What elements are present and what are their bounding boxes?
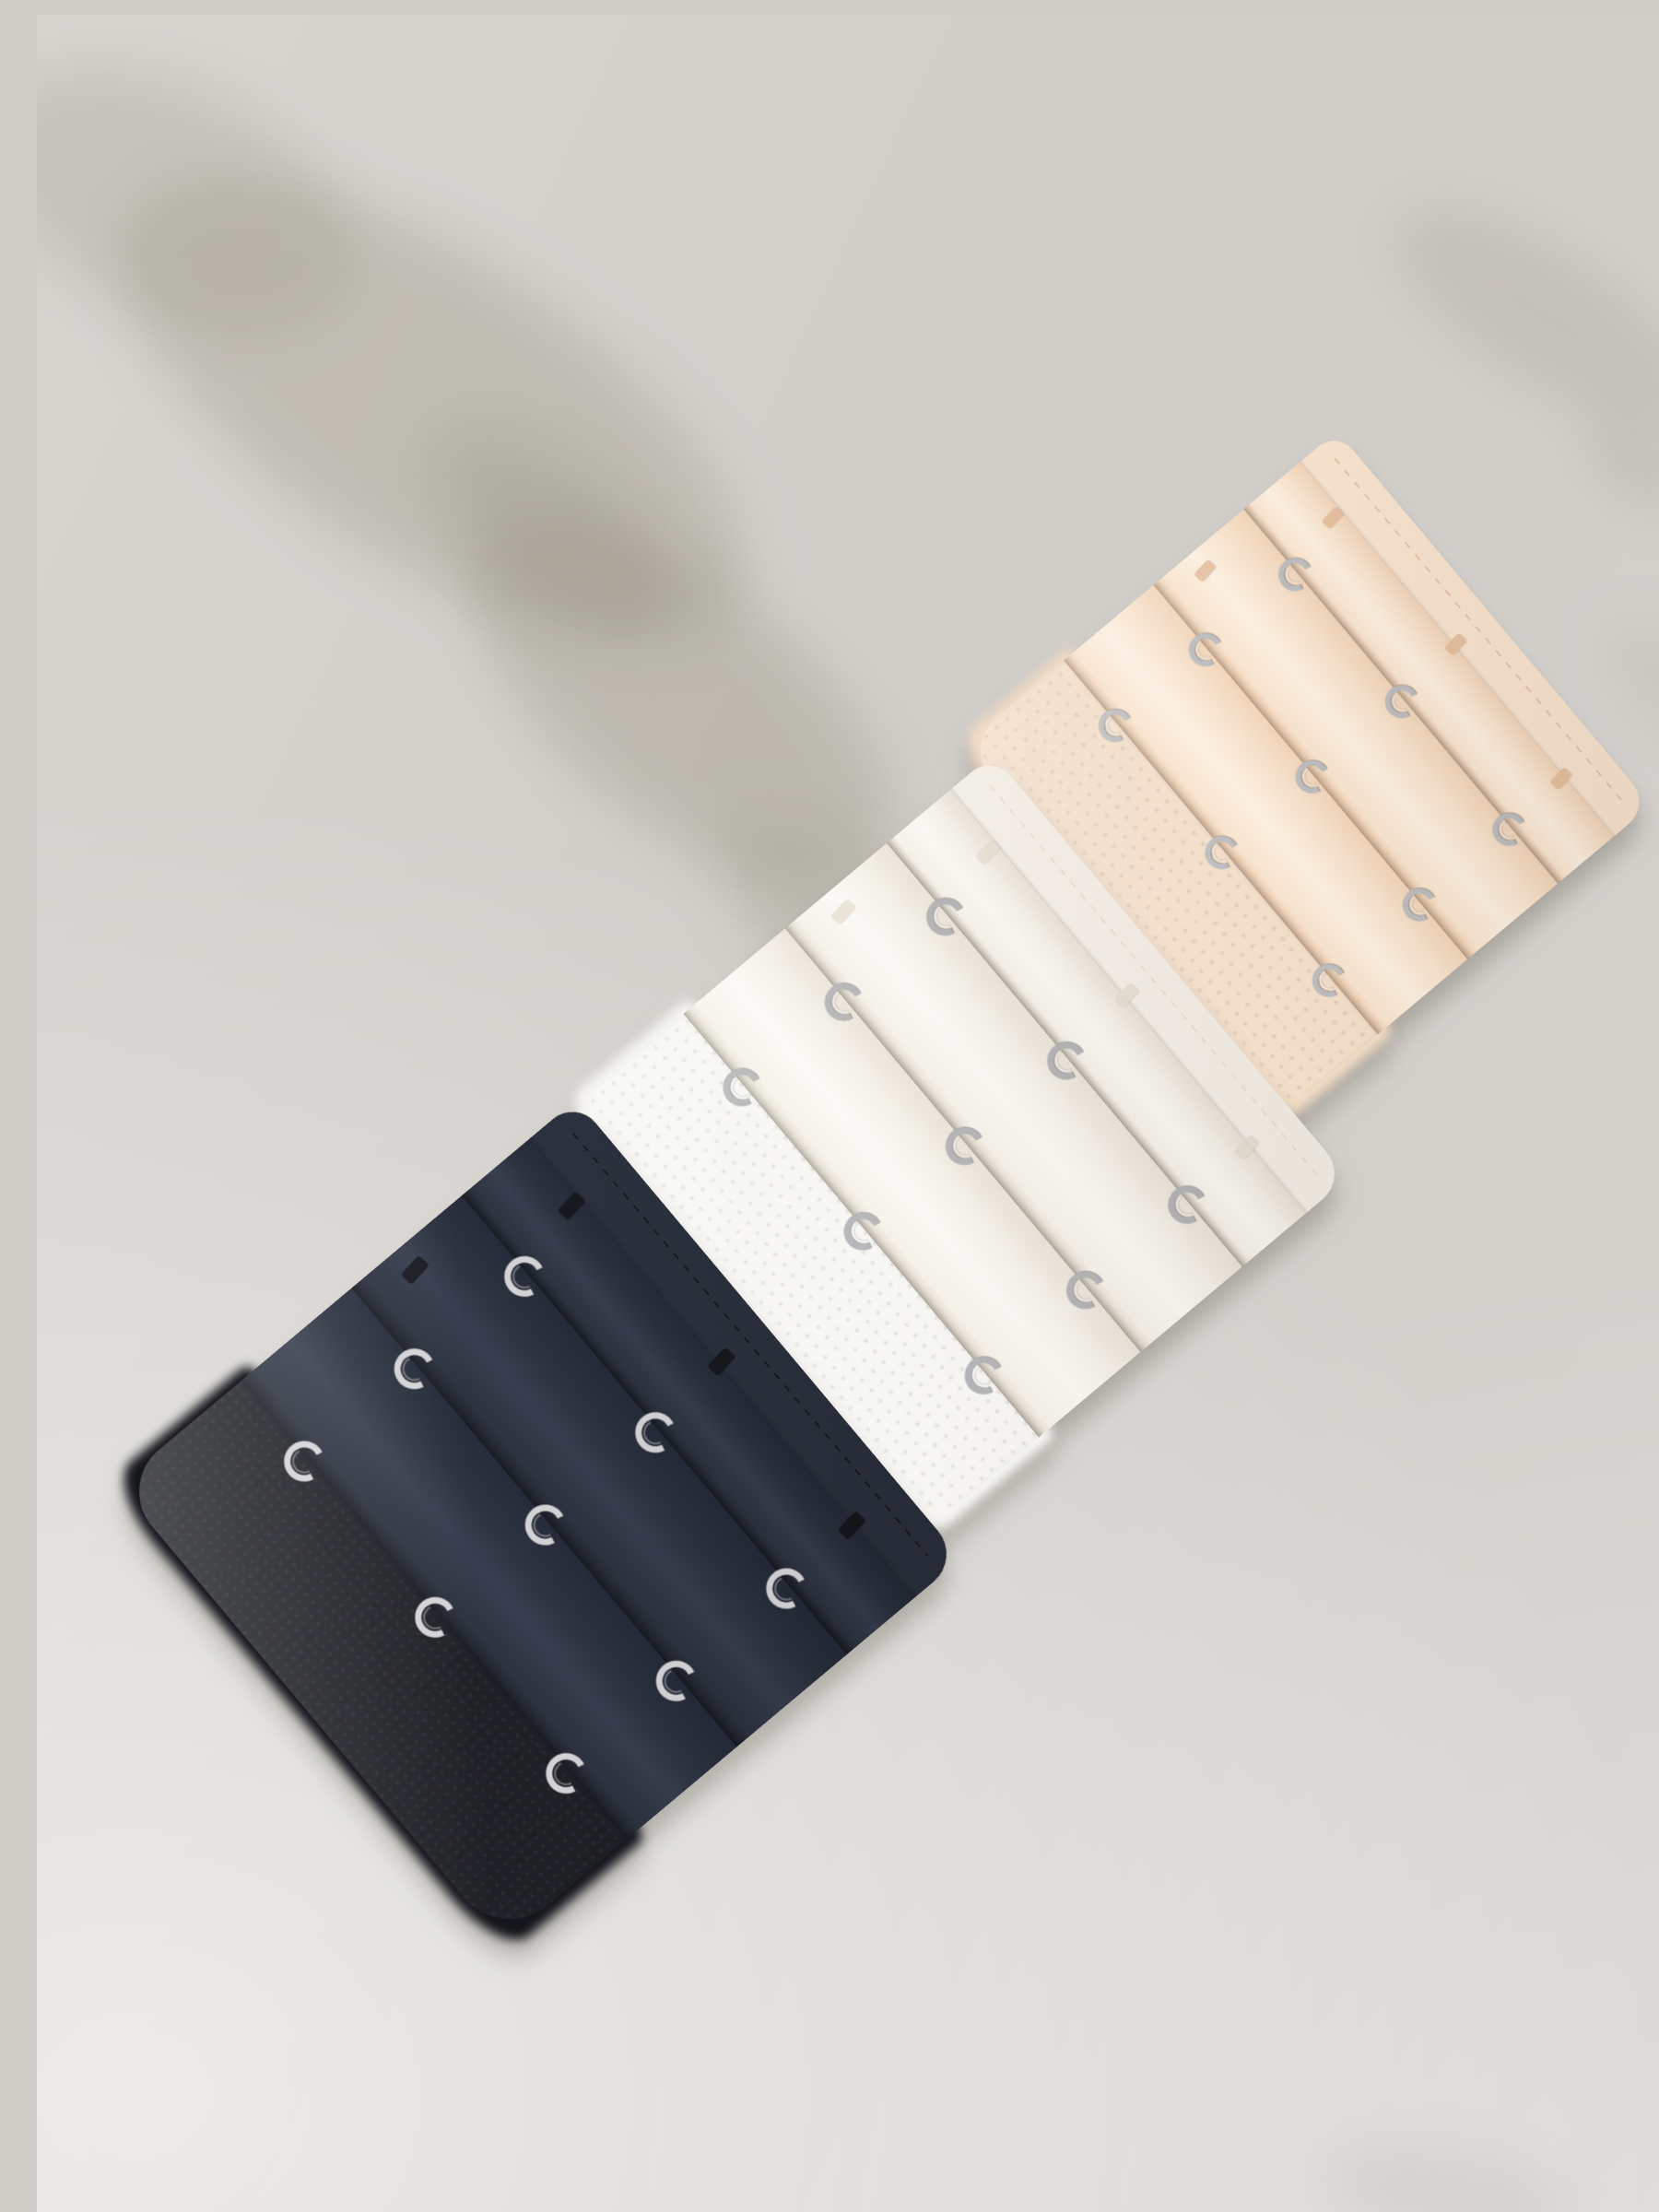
metal-eye-highlight — [289, 1446, 319, 1476]
metal-eye-highlight — [1497, 818, 1520, 841]
metal-eye-highlight — [531, 1510, 560, 1539]
metal-eye-highlight — [662, 1665, 691, 1695]
metal-eye-highlight — [1173, 1192, 1199, 1218]
metal-eye-highlight — [729, 1075, 755, 1100]
metal-eye-highlight — [400, 1354, 429, 1383]
metal-eye-highlight — [1407, 893, 1430, 916]
metal-eye-highlight — [850, 1218, 876, 1244]
metal-eye-highlight — [551, 1758, 581, 1787]
metal-eye-highlight — [1390, 690, 1413, 713]
scene: Three bra hook-and-eye extenders (3 rows… — [37, 15, 1659, 2212]
metal-eye-highlight — [641, 1418, 670, 1447]
metal-eye-highlight — [1194, 639, 1217, 662]
metal-eye-highlight — [1210, 841, 1233, 864]
marble-vein — [1317, 2130, 1577, 2212]
metal-eye-highlight — [1300, 766, 1324, 789]
metal-eye-highlight — [932, 904, 958, 930]
metal-eye-highlight — [420, 1602, 450, 1631]
metal-eye-highlight — [1103, 713, 1126, 736]
metal-eye-highlight — [771, 1573, 801, 1603]
metal-eye-highlight — [971, 1362, 996, 1388]
metal-eye-highlight — [1072, 1277, 1098, 1303]
metal-eye-highlight — [1053, 1048, 1078, 1074]
metal-eye-highlight — [830, 989, 856, 1015]
metal-eye-highlight — [510, 1261, 539, 1290]
metal-eye-highlight — [1283, 563, 1306, 586]
metal-eye-highlight — [951, 1133, 977, 1159]
metal-eye-highlight — [1317, 968, 1340, 991]
